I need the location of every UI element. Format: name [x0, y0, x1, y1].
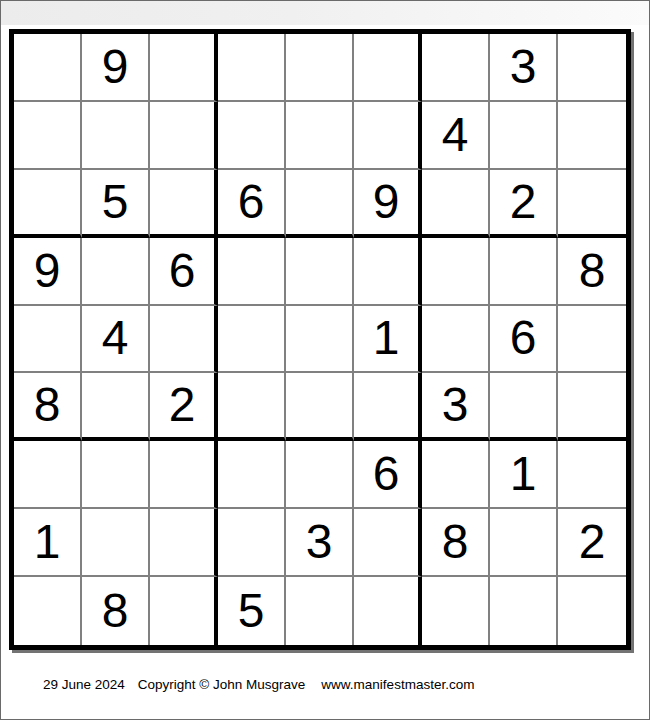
cell-r2c3[interactable] — [150, 102, 218, 170]
cell-r5c8[interactable]: 6 — [490, 306, 558, 374]
cell-r6c1[interactable]: 8 — [14, 373, 82, 441]
cell-r6c3[interactable]: 2 — [150, 373, 218, 441]
given-digit: 9 — [102, 43, 129, 91]
cell-r7c9[interactable] — [558, 441, 626, 509]
puzzle-page: 934569296841682361138285 29 June 2024Cop… — [0, 0, 650, 720]
footer-copyright: Copyright © John Musgrave — [138, 677, 306, 692]
footer: 29 June 2024Copyright © John Musgravewww… — [43, 677, 474, 692]
cell-r6c6[interactable] — [354, 373, 422, 441]
cell-r5c6[interactable]: 1 — [354, 306, 422, 374]
cell-r8c7[interactable]: 8 — [422, 509, 490, 577]
cell-r2c6[interactable] — [354, 102, 422, 170]
cell-r1c9[interactable] — [558, 34, 626, 102]
cell-r5c2[interactable]: 4 — [82, 306, 150, 374]
cell-r2c9[interactable] — [558, 102, 626, 170]
cell-r2c7[interactable]: 4 — [422, 102, 490, 170]
cell-r3c1[interactable] — [14, 170, 82, 238]
given-digit: 3 — [306, 518, 333, 566]
given-digit: 8 — [102, 587, 129, 635]
given-digit: 5 — [102, 178, 129, 226]
cell-r8c5[interactable]: 3 — [286, 509, 354, 577]
cell-r3c6[interactable]: 9 — [354, 170, 422, 238]
cell-r5c3[interactable] — [150, 306, 218, 374]
cell-r8c4[interactable] — [218, 509, 286, 577]
cell-r9c2[interactable]: 8 — [82, 577, 150, 645]
given-digit: 6 — [169, 247, 196, 295]
cell-r1c3[interactable] — [150, 34, 218, 102]
cell-r7c8[interactable]: 1 — [490, 441, 558, 509]
cell-r5c7[interactable] — [422, 306, 490, 374]
cell-r7c4[interactable] — [218, 441, 286, 509]
cell-r6c5[interactable] — [286, 373, 354, 441]
cell-r2c8[interactable] — [490, 102, 558, 170]
cell-r8c6[interactable] — [354, 509, 422, 577]
cell-r5c4[interactable] — [218, 306, 286, 374]
cell-r1c8[interactable]: 3 — [490, 34, 558, 102]
cell-r6c9[interactable] — [558, 373, 626, 441]
given-digit: 2 — [169, 381, 196, 429]
cell-r7c7[interactable] — [422, 441, 490, 509]
cell-r9c4[interactable]: 5 — [218, 577, 286, 645]
cell-r9c8[interactable] — [490, 577, 558, 645]
given-digit: 9 — [373, 178, 400, 226]
cell-r7c1[interactable] — [14, 441, 82, 509]
cell-r3c8[interactable]: 2 — [490, 170, 558, 238]
cell-r9c6[interactable] — [354, 577, 422, 645]
footer-website: www.manifestmaster.com — [321, 677, 474, 692]
given-digit: 1 — [510, 450, 537, 498]
cell-r2c4[interactable] — [218, 102, 286, 170]
cell-r9c9[interactable] — [558, 577, 626, 645]
given-digit: 6 — [238, 178, 265, 226]
given-digit: 8 — [579, 247, 606, 295]
given-digit: 3 — [510, 43, 537, 91]
cell-r4c4[interactable] — [218, 238, 286, 306]
cell-r1c7[interactable] — [422, 34, 490, 102]
cell-r9c3[interactable] — [150, 577, 218, 645]
given-digit: 2 — [579, 518, 606, 566]
cell-r7c2[interactable] — [82, 441, 150, 509]
cell-r8c2[interactable] — [82, 509, 150, 577]
cell-r1c6[interactable] — [354, 34, 422, 102]
cell-r2c2[interactable] — [82, 102, 150, 170]
cell-r5c5[interactable] — [286, 306, 354, 374]
cell-r3c7[interactable] — [422, 170, 490, 238]
cell-r1c1[interactable] — [14, 34, 82, 102]
given-digit: 1 — [373, 314, 400, 362]
cell-r4c1[interactable]: 9 — [14, 238, 82, 306]
cell-r5c1[interactable] — [14, 306, 82, 374]
cell-r8c9[interactable]: 2 — [558, 509, 626, 577]
cell-r9c5[interactable] — [286, 577, 354, 645]
cell-r7c5[interactable] — [286, 441, 354, 509]
cell-r1c2[interactable]: 9 — [82, 34, 150, 102]
given-digit: 8 — [34, 381, 61, 429]
cell-r9c1[interactable] — [14, 577, 82, 645]
cell-r3c3[interactable] — [150, 170, 218, 238]
cell-r5c9[interactable] — [558, 306, 626, 374]
cell-r3c4[interactable]: 6 — [218, 170, 286, 238]
cell-r1c4[interactable] — [218, 34, 286, 102]
given-digit: 6 — [510, 314, 537, 362]
given-digit: 8 — [442, 518, 469, 566]
given-digit: 5 — [238, 587, 265, 635]
cell-r2c1[interactable] — [14, 102, 82, 170]
cell-r8c8[interactable] — [490, 509, 558, 577]
cell-r4c9[interactable]: 8 — [558, 238, 626, 306]
cell-r4c6[interactable] — [354, 238, 422, 306]
given-digit: 3 — [442, 381, 469, 429]
cell-r8c3[interactable] — [150, 509, 218, 577]
cell-r3c5[interactable] — [286, 170, 354, 238]
top-band — [1, 1, 649, 25]
cell-r8c1[interactable]: 1 — [14, 509, 82, 577]
cell-r4c2[interactable] — [82, 238, 150, 306]
given-digit: 6 — [373, 450, 400, 498]
given-digit: 4 — [102, 314, 129, 362]
cell-r6c7[interactable]: 3 — [422, 373, 490, 441]
given-digit: 2 — [510, 178, 537, 226]
cell-r4c8[interactable] — [490, 238, 558, 306]
sudoku-board: 934569296841682361138285 — [9, 29, 631, 650]
cell-r7c6[interactable]: 6 — [354, 441, 422, 509]
cell-r2c5[interactable] — [286, 102, 354, 170]
cell-r3c9[interactable] — [558, 170, 626, 238]
cell-r4c7[interactable] — [422, 238, 490, 306]
given-digit: 1 — [34, 518, 61, 566]
cell-r1c5[interactable] — [286, 34, 354, 102]
cell-r4c5[interactable] — [286, 238, 354, 306]
cell-r4c3[interactable]: 6 — [150, 238, 218, 306]
cell-r6c2[interactable] — [82, 373, 150, 441]
cell-r9c7[interactable] — [422, 577, 490, 645]
cell-r3c2[interactable]: 5 — [82, 170, 150, 238]
footer-date: 29 June 2024 — [43, 677, 125, 692]
cell-r7c3[interactable] — [150, 441, 218, 509]
given-digit: 9 — [34, 247, 61, 295]
cell-r6c4[interactable] — [218, 373, 286, 441]
given-digit: 4 — [442, 111, 469, 159]
cell-r6c8[interactable] — [490, 373, 558, 441]
